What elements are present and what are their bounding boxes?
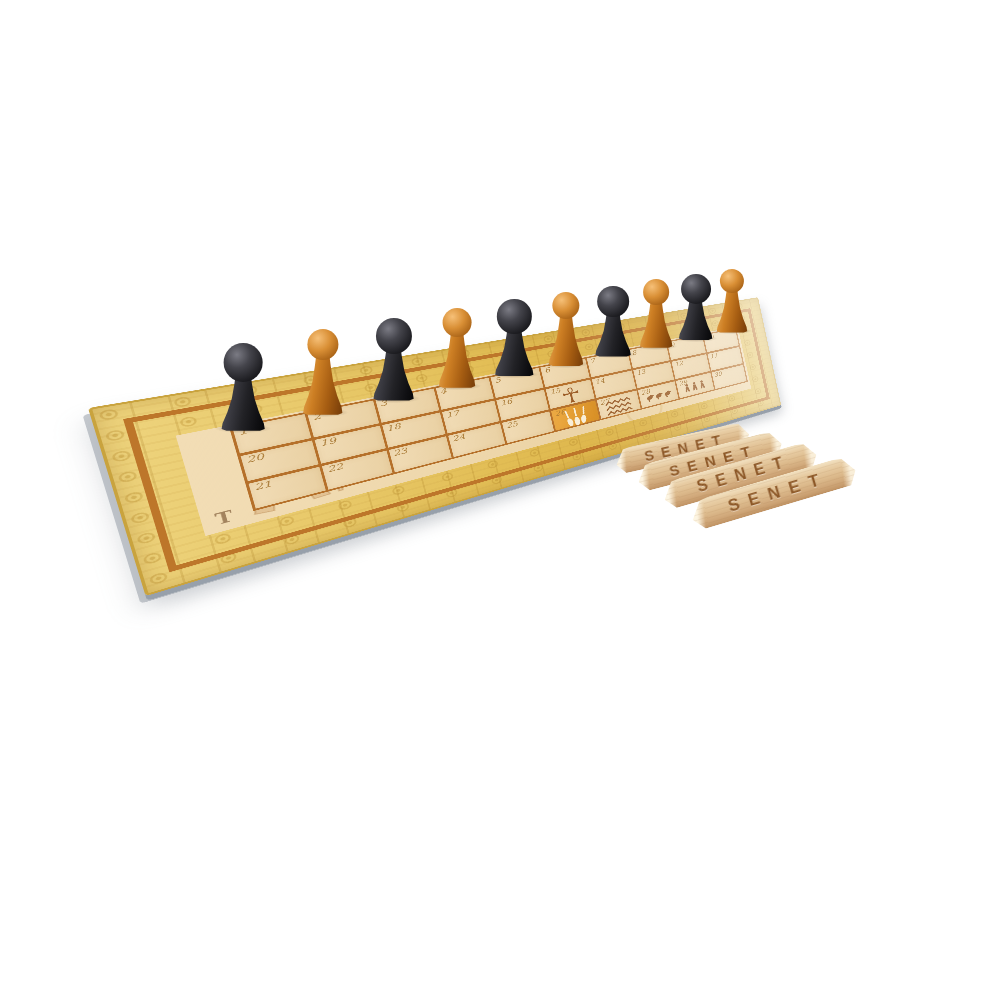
black-pawn-square-3[interactable] (373, 318, 414, 401)
pawn-head (376, 318, 412, 354)
black-pawn-square-7[interactable] (595, 286, 631, 357)
square-number: 21 (253, 479, 273, 493)
orange-pawn-square-10[interactable] (717, 269, 748, 333)
pawn-head (497, 299, 531, 333)
square-number: 25 (505, 419, 518, 430)
square-number: 6 (543, 366, 550, 375)
orange-pawn-square-4[interactable] (439, 308, 476, 388)
pawn-body (439, 329, 476, 388)
pawn-head (443, 308, 472, 337)
square-number: 7 (589, 357, 596, 365)
pawn-head (307, 329, 338, 360)
pawn-head (720, 269, 744, 293)
orange-pawn-square-2[interactable] (303, 329, 343, 415)
black-pawn-square-5[interactable] (495, 299, 534, 376)
orange-pawn-square-8[interactable] (640, 279, 673, 348)
pawn-head (597, 286, 629, 318)
pawn-body (303, 351, 343, 415)
square-number: 30 (713, 370, 722, 378)
square-number: 12 (674, 359, 684, 367)
square-number: 24 (451, 432, 466, 443)
orange-pawn-square-6[interactable] (549, 292, 584, 366)
hieroglyph-t: T (213, 507, 235, 530)
black-pawn-square-1[interactable] (221, 343, 265, 431)
square-number: 14 (594, 377, 605, 386)
square-number: 18 (385, 421, 401, 433)
pawn-body (549, 311, 584, 366)
square-number: 20 (245, 451, 265, 464)
figures-icon (683, 379, 708, 395)
square-number: 16 (499, 397, 513, 407)
pawn-head (681, 274, 711, 304)
pawn-head (643, 279, 669, 305)
pawn-head (224, 343, 263, 382)
three-birds-icon (645, 387, 673, 404)
three-spoons-icon (560, 404, 591, 429)
square-number: 22 (326, 461, 344, 474)
pawn-head (552, 292, 579, 319)
square-number: 23 (392, 446, 408, 458)
black-pawn-square-9[interactable] (679, 274, 713, 340)
square-number: 11 (709, 352, 718, 360)
water-zigzag-icon (604, 395, 634, 417)
senet-product-scene: T 12345678910201918171615☥14131211212223… (0, 0, 1000, 1000)
square-number: 17 (445, 409, 460, 420)
square-number: 13 (636, 368, 647, 377)
square-number: 19 (319, 436, 337, 448)
